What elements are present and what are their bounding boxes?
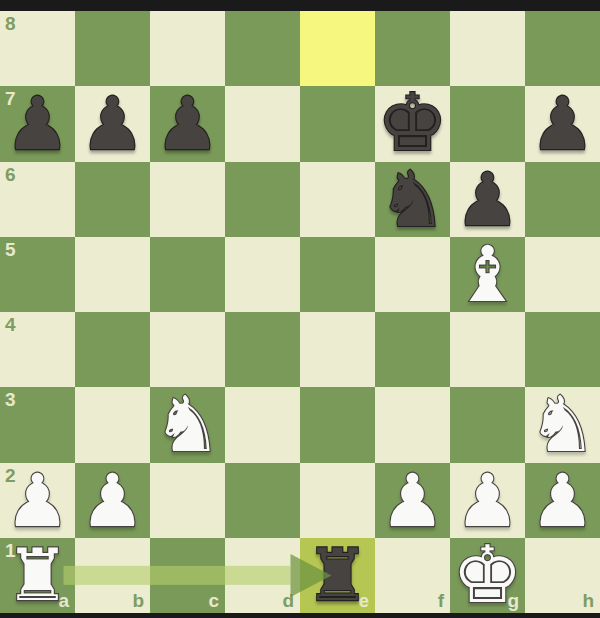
- white-knight[interactable]: ♞: [525, 387, 600, 462]
- white-pawn[interactable]: ♟: [75, 463, 150, 538]
- square-b6[interactable]: [75, 162, 150, 237]
- square-g1[interactable]: g♚: [450, 538, 525, 613]
- square-f4[interactable]: [375, 312, 450, 387]
- rank-label-8: 8: [5, 14, 16, 33]
- black-pawn[interactable]: ♟: [150, 86, 225, 161]
- square-f5[interactable]: [375, 237, 450, 312]
- square-a5[interactable]: 5: [0, 237, 75, 312]
- rank-label-5: 5: [5, 240, 16, 259]
- square-h6[interactable]: [525, 162, 600, 237]
- square-f7[interactable]: ♚: [375, 86, 450, 161]
- square-b5[interactable]: [75, 237, 150, 312]
- chess-board: 87♟♟♟♚♟6♞♟5♝43♞♞2♟♟♟♟♟1a♜bcde♜fg♚h: [0, 11, 600, 613]
- square-f1[interactable]: f: [375, 538, 450, 613]
- square-c2[interactable]: [150, 463, 225, 538]
- black-pawn[interactable]: ♟: [450, 162, 525, 237]
- white-bishop[interactable]: ♝: [450, 237, 525, 312]
- square-a6[interactable]: 6: [0, 162, 75, 237]
- black-pawn[interactable]: ♟: [525, 86, 600, 161]
- file-label-d: d: [282, 591, 294, 610]
- square-f3[interactable]: [375, 387, 450, 462]
- square-c5[interactable]: [150, 237, 225, 312]
- square-h3[interactable]: ♞: [525, 387, 600, 462]
- square-d2[interactable]: [225, 463, 300, 538]
- square-e5[interactable]: [300, 237, 375, 312]
- file-label-b: b: [132, 591, 144, 610]
- square-c6[interactable]: [150, 162, 225, 237]
- chess-app-screen: 87♟♟♟♚♟6♞♟5♝43♞♞2♟♟♟♟♟1a♜bcde♜fg♚h: [0, 0, 600, 618]
- square-b1[interactable]: b: [75, 538, 150, 613]
- black-king[interactable]: ♚: [375, 86, 450, 161]
- square-f2[interactable]: ♟: [375, 463, 450, 538]
- square-e2[interactable]: [300, 463, 375, 538]
- square-a1[interactable]: 1a♜: [0, 538, 75, 613]
- square-b7[interactable]: ♟: [75, 86, 150, 161]
- square-d6[interactable]: [225, 162, 300, 237]
- square-a4[interactable]: 4: [0, 312, 75, 387]
- white-pawn[interactable]: ♟: [0, 463, 75, 538]
- square-c1[interactable]: c: [150, 538, 225, 613]
- white-knight[interactable]: ♞: [150, 387, 225, 462]
- square-e6[interactable]: [300, 162, 375, 237]
- square-a2[interactable]: 2♟: [0, 463, 75, 538]
- square-d5[interactable]: [225, 237, 300, 312]
- square-b2[interactable]: ♟: [75, 463, 150, 538]
- top-letterbox: [0, 0, 600, 11]
- square-g2[interactable]: ♟: [450, 463, 525, 538]
- square-a7[interactable]: 7♟: [0, 86, 75, 161]
- white-pawn[interactable]: ♟: [450, 463, 525, 538]
- file-label-c: c: [208, 591, 219, 610]
- square-b8[interactable]: [75, 11, 150, 86]
- square-d1[interactable]: d: [225, 538, 300, 613]
- white-pawn[interactable]: ♟: [525, 463, 600, 538]
- square-g7[interactable]: [450, 86, 525, 161]
- square-d7[interactable]: [225, 86, 300, 161]
- square-e7[interactable]: [300, 86, 375, 161]
- square-b4[interactable]: [75, 312, 150, 387]
- square-g3[interactable]: [450, 387, 525, 462]
- square-c7[interactable]: ♟: [150, 86, 225, 161]
- white-pawn[interactable]: ♟: [375, 463, 450, 538]
- square-f6[interactable]: ♞: [375, 162, 450, 237]
- square-h8[interactable]: [525, 11, 600, 86]
- square-e3[interactable]: [300, 387, 375, 462]
- black-rook[interactable]: ♜: [300, 538, 375, 613]
- square-g8[interactable]: [450, 11, 525, 86]
- square-h7[interactable]: ♟: [525, 86, 600, 161]
- square-b3[interactable]: [75, 387, 150, 462]
- white-rook[interactable]: ♜: [0, 538, 75, 613]
- square-a8[interactable]: 8: [0, 11, 75, 86]
- file-label-f: f: [438, 591, 444, 610]
- square-h2[interactable]: ♟: [525, 463, 600, 538]
- white-king[interactable]: ♚: [450, 538, 525, 613]
- square-h4[interactable]: [525, 312, 600, 387]
- square-g4[interactable]: [450, 312, 525, 387]
- file-label-h: h: [582, 591, 594, 610]
- black-knight[interactable]: ♞: [375, 162, 450, 237]
- square-c3[interactable]: ♞: [150, 387, 225, 462]
- square-d8[interactable]: [225, 11, 300, 86]
- square-h5[interactable]: [525, 237, 600, 312]
- square-c8[interactable]: [150, 11, 225, 86]
- black-pawn[interactable]: ♟: [0, 86, 75, 161]
- square-c4[interactable]: [150, 312, 225, 387]
- square-a3[interactable]: 3: [0, 387, 75, 462]
- rank-label-6: 6: [5, 165, 16, 184]
- square-e8[interactable]: [300, 11, 375, 86]
- square-e4[interactable]: [300, 312, 375, 387]
- rank-label-3: 3: [5, 390, 16, 409]
- black-pawn[interactable]: ♟: [75, 86, 150, 161]
- square-e1[interactable]: e♜: [300, 538, 375, 613]
- rank-label-4: 4: [5, 315, 16, 334]
- square-g6[interactable]: ♟: [450, 162, 525, 237]
- square-f8[interactable]: [375, 11, 450, 86]
- square-g5[interactable]: ♝: [450, 237, 525, 312]
- square-d4[interactable]: [225, 312, 300, 387]
- square-d3[interactable]: [225, 387, 300, 462]
- square-h1[interactable]: h: [525, 538, 600, 613]
